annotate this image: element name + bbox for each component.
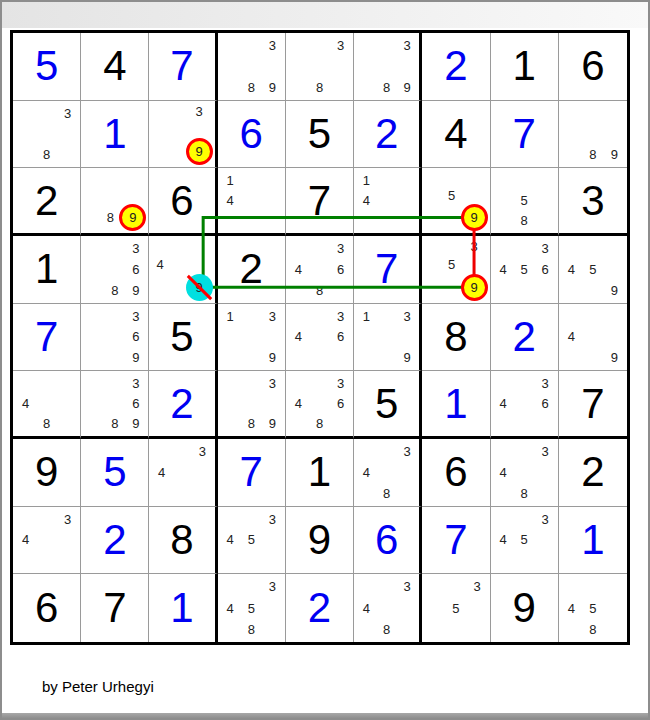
given-digit: 2 bbox=[559, 439, 627, 506]
candidate-1 bbox=[493, 509, 514, 530]
candidate-7 bbox=[151, 138, 168, 165]
given-digit: 8 bbox=[422, 304, 489, 371]
candidate-9 bbox=[535, 280, 556, 301]
cell-r5c2[interactable]: 369 bbox=[81, 304, 149, 372]
candidate-8: 8 bbox=[104, 414, 125, 434]
candidate-5 bbox=[309, 394, 330, 414]
candidate-1 bbox=[424, 238, 442, 256]
cell-r5c6[interactable]: 139 bbox=[354, 304, 422, 372]
candidate-7 bbox=[493, 211, 514, 231]
cell-r6c3[interactable]: 2 bbox=[149, 371, 217, 439]
candidate-6 bbox=[535, 530, 556, 551]
cell-r7c7[interactable]: 6 bbox=[422, 439, 490, 507]
candidate-7 bbox=[356, 619, 376, 640]
candidate-9 bbox=[604, 619, 625, 640]
candidate-8 bbox=[241, 347, 262, 368]
given-digit: 3 bbox=[559, 168, 627, 233]
solved-digit: 6 bbox=[354, 507, 419, 574]
cell-r8c3[interactable]: 8 bbox=[149, 507, 217, 575]
cell-r9c2[interactable]: 7 bbox=[81, 574, 149, 642]
candidate-3 bbox=[461, 170, 488, 187]
cell-r8c4[interactable]: 345 bbox=[218, 507, 286, 575]
given-digit: 7 bbox=[559, 371, 627, 436]
candidate-1 bbox=[220, 509, 241, 530]
candidate-2 bbox=[241, 170, 262, 190]
cell-r1c8[interactable]: 1 bbox=[491, 33, 559, 101]
cell-r8c2[interactable]: 2 bbox=[81, 507, 149, 575]
candidate-3: 3 bbox=[262, 576, 283, 597]
candidate-2 bbox=[241, 306, 262, 327]
cell-r1c7[interactable]: 2 bbox=[422, 33, 490, 101]
candidate-3: 3 bbox=[397, 576, 417, 597]
candidate-2 bbox=[169, 238, 186, 256]
solved-digit: 5 bbox=[81, 439, 148, 506]
candidate-4 bbox=[151, 120, 168, 138]
candidate-9 bbox=[57, 144, 78, 165]
candidate-2 bbox=[104, 306, 125, 327]
cell-r9c5[interactable]: 2 bbox=[286, 574, 354, 642]
cell-r1c2[interactable]: 4 bbox=[81, 33, 149, 101]
candidate-3 bbox=[535, 170, 556, 190]
solved-digit: 7 bbox=[422, 507, 489, 574]
candidate-5 bbox=[36, 124, 57, 145]
solved-digit: 6 bbox=[218, 101, 285, 168]
candidate-6 bbox=[461, 187, 488, 204]
cell-r5c4[interactable]: 139 bbox=[218, 304, 286, 372]
candidate-2 bbox=[104, 373, 125, 393]
candidate-grid: 59 bbox=[424, 170, 487, 231]
given-digit: 9 bbox=[491, 574, 558, 642]
cell-r2c2[interactable]: 1 bbox=[81, 101, 149, 169]
candidate-5 bbox=[377, 191, 397, 211]
cell-r2c4[interactable]: 6 bbox=[218, 101, 286, 169]
candidate-7 bbox=[220, 619, 241, 640]
candidate-2 bbox=[36, 103, 57, 124]
candidate-3: 3 bbox=[330, 35, 351, 56]
candidate-3: 3 bbox=[466, 576, 487, 597]
candidate-4 bbox=[83, 327, 104, 348]
cell-r5c1[interactable]: 7 bbox=[13, 304, 81, 372]
candidate-grid: 38 bbox=[288, 35, 351, 98]
solved-digit: 1 bbox=[422, 371, 489, 436]
candidate-5 bbox=[241, 394, 262, 414]
candidate-9: 9 bbox=[125, 280, 146, 301]
candidate-5: 5 bbox=[442, 256, 460, 274]
given-digit: 9 bbox=[286, 507, 353, 574]
candidate-2 bbox=[241, 373, 262, 393]
candidate-3: 3 bbox=[330, 373, 351, 393]
candidate-4 bbox=[83, 394, 104, 414]
cell-r7c6[interactable]: 348 bbox=[354, 439, 422, 507]
candidate-2 bbox=[36, 373, 57, 393]
cell-r6c4[interactable]: 389 bbox=[218, 371, 286, 439]
cell-r9c7[interactable]: 35 bbox=[422, 574, 490, 642]
cell-r2c3[interactable]: 39 bbox=[149, 101, 217, 169]
candidate-5 bbox=[377, 56, 397, 77]
candidate-4: 4 bbox=[15, 394, 36, 414]
candidate-6 bbox=[604, 327, 625, 348]
cell-r5c5[interactable]: 346 bbox=[286, 304, 354, 372]
cell-r1c6[interactable]: 389 bbox=[354, 33, 422, 101]
cell-r8c8[interactable]: 345 bbox=[491, 507, 559, 575]
cell-r3c8[interactable]: 58 bbox=[491, 168, 559, 236]
cell-r3c5[interactable]: 7 bbox=[286, 168, 354, 236]
candidate-2 bbox=[169, 103, 186, 121]
candidate-7 bbox=[561, 144, 582, 165]
candidate-grid: 49 bbox=[561, 306, 625, 369]
candidate-6 bbox=[119, 187, 146, 204]
candidate-8: 8 bbox=[36, 144, 57, 165]
candidate-4: 4 bbox=[220, 191, 241, 211]
candidate-grid: 139 bbox=[356, 306, 417, 369]
candidate-7 bbox=[151, 274, 168, 301]
candidate-6 bbox=[397, 191, 417, 211]
candidate-8: 8 bbox=[377, 483, 397, 504]
cell-r4c4[interactable]: 2 bbox=[218, 236, 286, 304]
candidate-5 bbox=[377, 327, 397, 348]
cell-r4c9[interactable]: 459 bbox=[559, 236, 627, 304]
candidate-7 bbox=[151, 483, 171, 504]
candidate-2 bbox=[377, 170, 397, 190]
cell-r2c7[interactable]: 4 bbox=[422, 101, 490, 169]
candidate-6 bbox=[262, 394, 283, 414]
candidate-3 bbox=[604, 306, 625, 327]
candidate-2 bbox=[514, 441, 535, 462]
cell-r4c6[interactable]: 7 bbox=[354, 236, 422, 304]
candidate-7 bbox=[356, 347, 376, 368]
candidate-4 bbox=[83, 259, 104, 280]
cell-r5c7[interactable]: 8 bbox=[422, 304, 490, 372]
candidate-2 bbox=[309, 35, 330, 56]
candidate-1 bbox=[220, 35, 241, 56]
candidate-3: 3 bbox=[57, 103, 78, 124]
candidate-6 bbox=[186, 256, 213, 274]
candidate-3: 3 bbox=[262, 35, 283, 56]
cell-r1c1[interactable]: 5 bbox=[13, 33, 81, 101]
solved-digit: 1 bbox=[149, 574, 214, 642]
candidate-grid: 346 bbox=[288, 306, 351, 369]
candidate-8 bbox=[309, 347, 330, 368]
candidate-4 bbox=[220, 394, 241, 414]
candidate-1 bbox=[561, 103, 582, 124]
cell-r8c5[interactable]: 9 bbox=[286, 507, 354, 575]
cell-r8c6[interactable]: 6 bbox=[354, 507, 422, 575]
candidate-2 bbox=[101, 170, 119, 187]
cell-r5c8[interactable]: 2 bbox=[491, 304, 559, 372]
candidate-5 bbox=[169, 120, 186, 138]
candidate-8: 8 bbox=[309, 77, 330, 98]
candidate-9: 9 bbox=[461, 274, 488, 301]
given-digit: 6 bbox=[559, 33, 627, 100]
candidate-2 bbox=[514, 509, 535, 530]
candidate-grid: 389 bbox=[220, 373, 283, 434]
given-digit: 5 bbox=[354, 371, 419, 436]
bottom-bar bbox=[2, 713, 648, 718]
candidate-9 bbox=[397, 483, 417, 504]
candidate-2 bbox=[377, 576, 397, 597]
cell-r8c1[interactable]: 34 bbox=[13, 507, 81, 575]
footer-credit: by Peter Urhegyi bbox=[42, 678, 154, 695]
candidate-5: 5 bbox=[241, 598, 262, 619]
candidate-3 bbox=[604, 238, 625, 259]
cell-r5c3[interactable]: 5 bbox=[149, 304, 217, 372]
cell-r9c4[interactable]: 3458 bbox=[218, 574, 286, 642]
candidate-9 bbox=[57, 550, 78, 571]
candidate-8 bbox=[442, 274, 460, 301]
candidate-9 bbox=[330, 414, 351, 434]
candidate-2 bbox=[309, 306, 330, 327]
candidate-9 bbox=[192, 483, 212, 504]
candidate-4 bbox=[15, 124, 36, 145]
cell-r3c4[interactable]: 14 bbox=[218, 168, 286, 236]
cell-r9c8[interactable]: 9 bbox=[491, 574, 559, 642]
candidate-6: 6 bbox=[125, 259, 146, 280]
given-digit: 9 bbox=[13, 439, 80, 506]
candidate-2 bbox=[445, 576, 466, 597]
candidate-3 bbox=[604, 103, 625, 124]
candidate-9 bbox=[535, 211, 556, 231]
candidate-6 bbox=[262, 598, 283, 619]
cell-r9c9[interactable]: 458 bbox=[559, 574, 627, 642]
cell-r4c3[interactable]: 49 bbox=[149, 236, 217, 304]
candidate-9: 9 bbox=[397, 347, 417, 368]
candidate-4 bbox=[356, 327, 376, 348]
candidate-2 bbox=[582, 576, 603, 597]
solved-digit: 7 bbox=[149, 33, 214, 100]
candidate-5: 5 bbox=[445, 598, 466, 619]
candidate-1 bbox=[288, 238, 309, 259]
given-digit: 5 bbox=[286, 101, 353, 168]
candidate-2 bbox=[582, 238, 603, 259]
cell-r4c1[interactable]: 1 bbox=[13, 236, 81, 304]
cell-r3c7[interactable]: 59 bbox=[422, 168, 490, 236]
candidate-1 bbox=[151, 238, 168, 256]
chain-node-circle: 9 bbox=[186, 138, 213, 165]
cell-r7c8[interactable]: 348 bbox=[491, 439, 559, 507]
candidate-3: 3 bbox=[535, 509, 556, 530]
candidate-9 bbox=[535, 414, 556, 434]
candidate-9: 9 bbox=[119, 204, 146, 231]
candidate-6: 6 bbox=[330, 394, 351, 414]
candidate-6 bbox=[604, 259, 625, 280]
candidate-8 bbox=[241, 211, 262, 231]
candidate-8: 8 bbox=[582, 619, 603, 640]
candidate-2 bbox=[514, 238, 535, 259]
cell-r6c8[interactable]: 346 bbox=[491, 371, 559, 439]
candidate-8 bbox=[241, 550, 262, 571]
candidate-1 bbox=[83, 373, 104, 393]
solved-digit: 2 bbox=[491, 304, 558, 371]
cell-r2c9[interactable]: 89 bbox=[559, 101, 627, 169]
candidate-7 bbox=[493, 414, 514, 434]
cell-r7c5[interactable]: 1 bbox=[286, 439, 354, 507]
candidate-grid: 89 bbox=[561, 103, 625, 166]
candidate-5 bbox=[104, 259, 125, 280]
cell-r6c1[interactable]: 48 bbox=[13, 371, 81, 439]
candidate-3: 3 bbox=[397, 35, 417, 56]
given-digit: 2 bbox=[218, 236, 285, 303]
candidate-5 bbox=[582, 327, 603, 348]
cell-r4c2[interactable]: 3689 bbox=[81, 236, 149, 304]
candidate-3: 3 bbox=[535, 373, 556, 393]
candidate-7 bbox=[424, 619, 445, 640]
cell-r3c3[interactable]: 6 bbox=[149, 168, 217, 236]
cell-r6c7[interactable]: 1 bbox=[422, 371, 490, 439]
candidate-1 bbox=[83, 306, 104, 327]
candidate-3: 3 bbox=[461, 238, 488, 256]
candidate-1 bbox=[493, 373, 514, 393]
cell-r7c3[interactable]: 34 bbox=[149, 439, 217, 507]
candidate-7 bbox=[15, 144, 36, 165]
candidate-4: 4 bbox=[288, 394, 309, 414]
candidate-5 bbox=[104, 327, 125, 348]
candidate-7 bbox=[220, 347, 241, 368]
cell-r7c2[interactable]: 5 bbox=[81, 439, 149, 507]
candidate-1: 1 bbox=[356, 170, 376, 190]
candidate-9: 9 bbox=[186, 274, 213, 301]
cell-r6c6[interactable]: 5 bbox=[354, 371, 422, 439]
candidate-6 bbox=[397, 598, 417, 619]
solved-digit: 7 bbox=[354, 236, 419, 303]
candidate-grid: 369 bbox=[83, 306, 146, 369]
candidate-5 bbox=[36, 530, 57, 551]
cell-r2c1[interactable]: 38 bbox=[13, 101, 81, 169]
candidate-grid: 3468 bbox=[288, 238, 351, 301]
candidate-6 bbox=[461, 256, 488, 274]
cell-r3c6[interactable]: 14 bbox=[354, 168, 422, 236]
cell-r2c8[interactable]: 7 bbox=[491, 101, 559, 169]
solved-digit: 7 bbox=[491, 101, 558, 168]
candidate-1 bbox=[561, 306, 582, 327]
cell-r9c6[interactable]: 348 bbox=[354, 574, 422, 642]
candidate-2 bbox=[377, 35, 397, 56]
candidate-8: 8 bbox=[241, 619, 262, 640]
candidate-5 bbox=[514, 394, 535, 414]
candidate-2 bbox=[172, 441, 192, 462]
candidate-9 bbox=[466, 619, 487, 640]
candidate-9: 9 bbox=[604, 347, 625, 368]
candidate-grid: 58 bbox=[493, 170, 556, 231]
candidate-1 bbox=[83, 238, 104, 259]
candidate-1 bbox=[151, 103, 168, 121]
cell-r3c9[interactable]: 3 bbox=[559, 168, 627, 236]
solved-digit: 7 bbox=[13, 304, 80, 371]
candidate-3 bbox=[57, 373, 78, 393]
candidate-5 bbox=[377, 598, 397, 619]
candidate-4 bbox=[356, 56, 376, 77]
cell-r9c3[interactable]: 1 bbox=[149, 574, 217, 642]
candidate-5 bbox=[309, 56, 330, 77]
candidate-8 bbox=[172, 483, 192, 504]
candidate-9: 9 bbox=[604, 280, 625, 301]
cell-r6c9[interactable]: 7 bbox=[559, 371, 627, 439]
candidate-6 bbox=[262, 327, 283, 348]
given-digit: 6 bbox=[422, 439, 489, 506]
cell-r4c7[interactable]: 359 bbox=[422, 236, 490, 304]
candidate-8: 8 bbox=[101, 204, 119, 231]
cell-r1c3[interactable]: 7 bbox=[149, 33, 217, 101]
candidate-5: 5 bbox=[582, 598, 603, 619]
candidate-1 bbox=[151, 441, 171, 462]
candidate-9 bbox=[330, 77, 351, 98]
candidate-2 bbox=[442, 238, 460, 256]
candidate-6 bbox=[466, 598, 487, 619]
given-digit: 1 bbox=[491, 33, 558, 100]
candidate-6 bbox=[330, 56, 351, 77]
candidate-5 bbox=[101, 187, 119, 204]
candidate-8 bbox=[377, 347, 397, 368]
cell-r3c1[interactable]: 2 bbox=[13, 168, 81, 236]
candidate-7 bbox=[83, 414, 104, 434]
candidate-3: 3 bbox=[125, 373, 146, 393]
candidate-grid: 348 bbox=[356, 441, 417, 504]
candidate-9: 9 bbox=[262, 77, 283, 98]
cell-r1c4[interactable]: 389 bbox=[218, 33, 286, 101]
candidate-6 bbox=[57, 394, 78, 414]
cell-r6c5[interactable]: 3468 bbox=[286, 371, 354, 439]
cell-r8c9[interactable]: 1 bbox=[559, 507, 627, 575]
toolbar-strip bbox=[2, 2, 648, 28]
candidate-6 bbox=[57, 530, 78, 551]
cell-r5c9[interactable]: 49 bbox=[559, 304, 627, 372]
given-digit: 1 bbox=[286, 439, 353, 506]
cell-r7c1[interactable]: 9 bbox=[13, 439, 81, 507]
candidate-3: 3 bbox=[57, 509, 78, 530]
candidate-grid: 458 bbox=[561, 576, 625, 640]
cell-r8c7[interactable]: 7 bbox=[422, 507, 490, 575]
candidate-9: 9 bbox=[125, 414, 146, 434]
given-digit: 2 bbox=[13, 168, 80, 233]
candidate-grid: 459 bbox=[561, 238, 625, 301]
candidate-5 bbox=[241, 191, 262, 211]
cell-r3c2[interactable]: 89 bbox=[81, 168, 149, 236]
cell-r4c5[interactable]: 3468 bbox=[286, 236, 354, 304]
candidate-6: 6 bbox=[125, 327, 146, 348]
candidate-4 bbox=[288, 56, 309, 77]
candidate-4: 4 bbox=[356, 191, 376, 211]
candidate-grid: 139 bbox=[220, 306, 283, 369]
cell-r4c8[interactable]: 3456 bbox=[491, 236, 559, 304]
candidate-6 bbox=[262, 530, 283, 551]
candidate-4: 4 bbox=[493, 394, 514, 414]
candidate-grid: 346 bbox=[493, 373, 556, 434]
candidate-4 bbox=[83, 187, 101, 204]
candidate-8 bbox=[514, 550, 535, 571]
candidate-8: 8 bbox=[514, 483, 535, 504]
cell-r7c4[interactable]: 7 bbox=[218, 439, 286, 507]
candidate-6 bbox=[262, 56, 283, 77]
candidate-2 bbox=[36, 509, 57, 530]
candidate-1 bbox=[493, 238, 514, 259]
chain-node-circle: 9 bbox=[461, 204, 488, 231]
candidate-2 bbox=[309, 238, 330, 259]
cell-r2c6[interactable]: 2 bbox=[354, 101, 422, 169]
candidate-9 bbox=[57, 414, 78, 434]
board-area: 5473893838921638139652478928961471459583… bbox=[10, 30, 630, 645]
cell-r1c5[interactable]: 38 bbox=[286, 33, 354, 101]
candidate-6: 6 bbox=[125, 394, 146, 414]
cell-r6c2[interactable]: 3689 bbox=[81, 371, 149, 439]
candidate-7 bbox=[288, 414, 309, 434]
candidate-7 bbox=[220, 550, 241, 571]
candidate-7 bbox=[356, 77, 376, 98]
cell-r1c9[interactable]: 6 bbox=[559, 33, 627, 101]
cell-r7c9[interactable]: 2 bbox=[559, 439, 627, 507]
candidate-2 bbox=[514, 373, 535, 393]
cell-r2c5[interactable]: 5 bbox=[286, 101, 354, 169]
candidate-1 bbox=[493, 441, 514, 462]
cell-r9c1[interactable]: 6 bbox=[13, 574, 81, 642]
